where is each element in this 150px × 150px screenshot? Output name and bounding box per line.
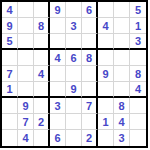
cell-r1c9-given[interactable]: 5 — [130, 2, 146, 18]
cell-r7c2-given[interactable]: 9 — [18, 98, 34, 114]
cell-r5c8-empty[interactable] — [114, 66, 130, 82]
cell-r9c5-empty[interactable] — [66, 130, 82, 146]
cell-r1c6-given[interactable]: 6 — [82, 2, 98, 18]
cell-r7c9-empty[interactable] — [130, 98, 146, 114]
cell-r9c7-empty[interactable] — [98, 130, 114, 146]
cell-r8c6-empty[interactable] — [82, 114, 98, 130]
cell-r6c6-empty[interactable] — [82, 82, 98, 98]
cell-r3c5-empty[interactable] — [66, 34, 82, 50]
cell-r2c4-empty[interactable] — [50, 18, 66, 34]
cell-r2c5-given[interactable]: 3 — [66, 18, 82, 34]
cell-r3c2-empty[interactable] — [18, 34, 34, 50]
cell-r4c9-empty[interactable] — [130, 50, 146, 66]
cell-r7c4-given[interactable]: 3 — [50, 98, 66, 114]
cell-r1c4-given[interactable]: 9 — [50, 2, 66, 18]
cell-r1c5-empty[interactable] — [66, 2, 82, 18]
cell-r9c8-given[interactable]: 3 — [114, 130, 130, 146]
cell-r3c7-empty[interactable] — [98, 34, 114, 50]
cell-r4c1-empty[interactable] — [2, 50, 18, 66]
cell-r6c7-empty[interactable] — [98, 82, 114, 98]
cell-r4c3-empty[interactable] — [34, 50, 50, 66]
cell-r8c8-given[interactable]: 4 — [114, 114, 130, 130]
cell-r9c4-given[interactable]: 6 — [50, 130, 66, 146]
cell-r6c3-empty[interactable] — [34, 82, 50, 98]
cell-r5c5-empty[interactable] — [66, 66, 82, 82]
cell-r6c9-given[interactable]: 4 — [130, 82, 146, 98]
cell-r1c7-empty[interactable] — [98, 2, 114, 18]
cell-r7c7-empty[interactable] — [98, 98, 114, 114]
cell-r8c1-empty[interactable] — [2, 114, 18, 130]
cell-r5c6-empty[interactable] — [82, 66, 98, 82]
cell-r6c8-empty[interactable] — [114, 82, 130, 98]
cell-r5c9-given[interactable]: 8 — [130, 66, 146, 82]
cell-r2c6-empty[interactable] — [82, 18, 98, 34]
cell-r6c1-given[interactable]: 1 — [2, 82, 18, 98]
cell-r2c3-given[interactable]: 8 — [34, 18, 50, 34]
cell-r6c4-empty[interactable] — [50, 82, 66, 98]
cell-r6c2-empty[interactable] — [18, 82, 34, 98]
cell-r5c4-empty[interactable] — [50, 66, 66, 82]
cell-r3c9-given[interactable]: 3 — [130, 34, 146, 50]
cell-r3c8-empty[interactable] — [114, 34, 130, 50]
cell-r8c7-given[interactable]: 1 — [98, 114, 114, 130]
cell-r4c5-given[interactable]: 6 — [66, 50, 82, 66]
cell-r5c7-given[interactable]: 9 — [98, 66, 114, 82]
cell-r5c3-given[interactable]: 4 — [34, 66, 50, 82]
cell-r3c1-given[interactable]: 5 — [2, 34, 18, 50]
cell-r2c2-empty[interactable] — [18, 18, 34, 34]
cell-r1c2-empty[interactable] — [18, 2, 34, 18]
cell-r3c4-empty[interactable] — [50, 34, 66, 50]
cell-r1c3-empty[interactable] — [34, 2, 50, 18]
cell-r4c8-empty[interactable] — [114, 50, 130, 66]
cell-r6c5-given[interactable]: 9 — [66, 82, 82, 98]
cell-r5c1-given[interactable]: 7 — [2, 66, 18, 82]
cell-r1c8-empty[interactable] — [114, 2, 130, 18]
cell-r8c2-given[interactable]: 7 — [18, 114, 34, 130]
cell-r4c7-empty[interactable] — [98, 50, 114, 66]
cell-r7c8-given[interactable]: 8 — [114, 98, 130, 114]
cell-r1c1-given[interactable]: 4 — [2, 2, 18, 18]
cell-r3c6-empty[interactable] — [82, 34, 98, 50]
cell-r2c9-given[interactable]: 1 — [130, 18, 146, 34]
cell-r7c6-given[interactable]: 7 — [82, 98, 98, 114]
cell-r8c3-given[interactable]: 2 — [34, 114, 50, 130]
cell-r9c1-empty[interactable] — [2, 130, 18, 146]
cell-r3c3-empty[interactable] — [34, 34, 50, 50]
cell-r9c3-empty[interactable] — [34, 130, 50, 146]
cell-r4c2-empty[interactable] — [18, 50, 34, 66]
cell-r2c8-empty[interactable] — [114, 18, 130, 34]
cell-r8c4-empty[interactable] — [50, 114, 66, 130]
sudoku-board: 496598341534687498194937872144623 — [0, 0, 148, 148]
cell-r7c3-empty[interactable] — [34, 98, 50, 114]
cell-r9c6-given[interactable]: 2 — [82, 130, 98, 146]
cell-r5c2-empty[interactable] — [18, 66, 34, 82]
cell-r4c6-given[interactable]: 8 — [82, 50, 98, 66]
cell-r9c9-empty[interactable] — [130, 130, 146, 146]
cell-r8c9-empty[interactable] — [130, 114, 146, 130]
cell-r2c7-given[interactable]: 4 — [98, 18, 114, 34]
cell-r9c2-given[interactable]: 4 — [18, 130, 34, 146]
cell-r7c5-empty[interactable] — [66, 98, 82, 114]
cell-r8c5-empty[interactable] — [66, 114, 82, 130]
cell-r2c1-given[interactable]: 9 — [2, 18, 18, 34]
cell-r7c1-empty[interactable] — [2, 98, 18, 114]
cell-r4c4-given[interactable]: 4 — [50, 50, 66, 66]
